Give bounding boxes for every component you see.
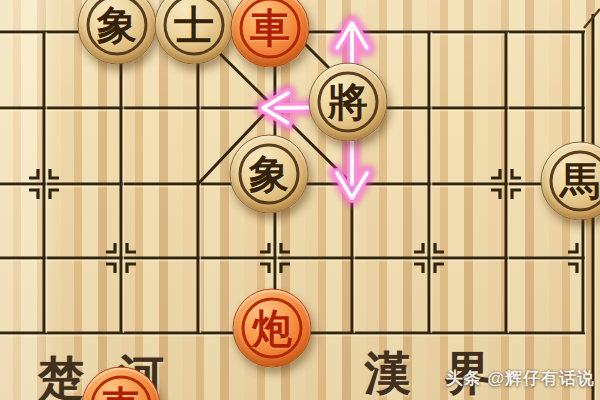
piece-glyph: 將 [328,82,368,122]
piece-glyph: 象 [249,154,289,194]
xiangqi-board: 头条 @辉仔有话说 楚河漢界象士車將象馬炮車 [0,0,600,400]
piece-glyph: 車 [101,386,141,400]
watermark: 头条 @辉仔有话说 [446,367,595,390]
piece-glyph: 馬 [560,161,600,201]
piece-glyph: 象 [97,5,137,45]
piece-glyph: 士 [174,5,214,45]
piece-glyph: 車 [250,8,290,48]
piece-black-e2[interactable]: 象 [230,135,309,214]
piece-red-e4[interactable]: 炮 [233,289,312,368]
piece-glyph: 炮 [252,308,292,348]
piece-black-f1[interactable]: 將 [309,63,388,142]
